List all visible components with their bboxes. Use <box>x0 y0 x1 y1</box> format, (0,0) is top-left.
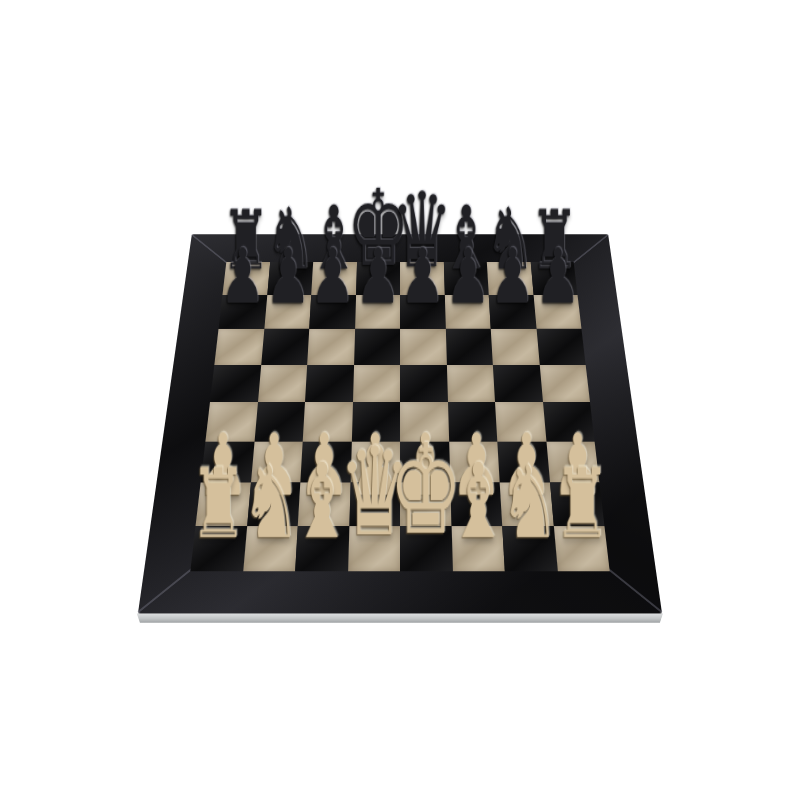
perspective-stage: ♜♞♝♚♛♝♞♜♟♟♟♟♟♟♟♟♟♟♟♟♟♟♟♟♜♞♝♛♚♝♞♜ <box>0 0 800 800</box>
product-photo-scene: ♜♞♝♚♛♝♞♜♟♟♟♟♟♟♟♟♟♟♟♟♟♟♟♟♜♞♝♛♚♝♞♜ <box>0 0 800 800</box>
piece-black-pawn[interactable]: ♟ <box>502 239 612 315</box>
square-g5[interactable] <box>493 365 543 402</box>
square-d6[interactable] <box>354 329 400 365</box>
square-c5[interactable] <box>305 365 354 402</box>
piece-white-rook[interactable]: ♜ <box>518 456 645 553</box>
square-h7[interactable]: ♟ <box>533 295 581 329</box>
frame-miter-seam <box>608 568 663 613</box>
square-e6[interactable] <box>400 329 446 365</box>
square-b6[interactable] <box>261 329 309 365</box>
square-h5[interactable] <box>539 365 590 402</box>
board-front-edge <box>137 613 663 622</box>
frame-miter-seam <box>137 568 192 613</box>
square-f6[interactable] <box>445 329 492 365</box>
square-d5[interactable] <box>353 365 401 402</box>
square-h1[interactable]: ♜ <box>553 526 609 571</box>
square-h6[interactable] <box>536 329 586 365</box>
square-e5[interactable] <box>400 365 448 402</box>
square-a6[interactable] <box>214 329 264 365</box>
chess-board: ♜♞♝♚♛♝♞♜♟♟♟♟♟♟♟♟♟♟♟♟♟♟♟♟♜♞♝♛♚♝♞♜ <box>138 234 662 613</box>
square-f5[interactable] <box>446 365 495 402</box>
square-c6[interactable] <box>307 329 354 365</box>
chess-board-grid: ♜♞♝♚♛♝♞♜♟♟♟♟♟♟♟♟♟♟♟♟♟♟♟♟♜♞♝♛♚♝♞♜ <box>190 262 609 571</box>
square-a5[interactable] <box>210 365 261 402</box>
square-b5[interactable] <box>258 365 308 402</box>
square-g6[interactable] <box>491 329 539 365</box>
